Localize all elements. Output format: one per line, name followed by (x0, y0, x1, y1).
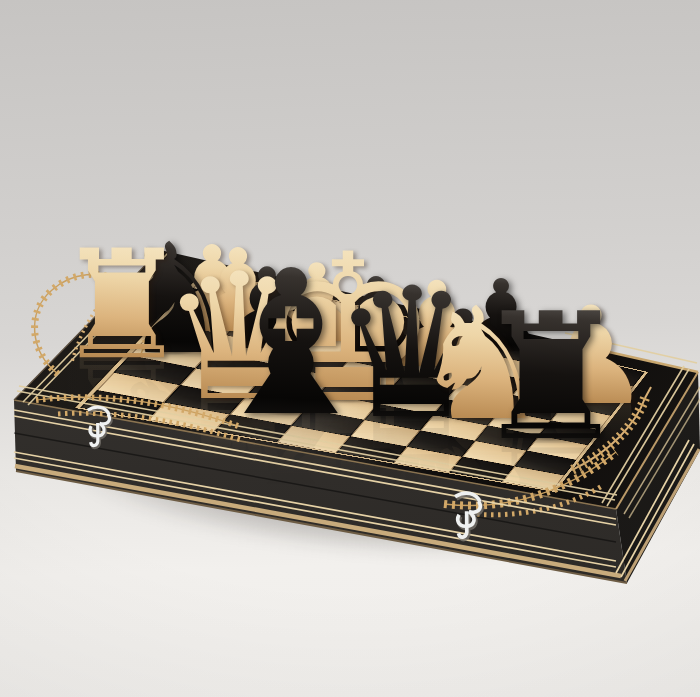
black-rook-h3[interactable]: ♜ (473, 290, 630, 465)
chess-set-photo: ♜♜♞♞♟♟♟♟♛♛♟♟♝♝♟♟♚♚♟♟♛♛♟♟♞♞♟♟♜♜♟♟ (0, 0, 700, 697)
